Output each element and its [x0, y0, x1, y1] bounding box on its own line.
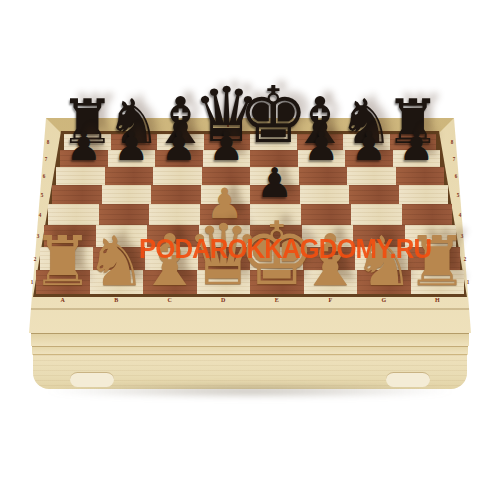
square-a5: [52, 185, 102, 204]
piece-white-rook-a1: ♜: [32, 230, 93, 295]
piece-black-pawn-h7: ♟: [398, 129, 434, 167]
piece-black-pawn-c7: ♟: [161, 129, 197, 167]
product-photo: 8877665544332211ABCDEFGH ♜♞♝♛♚♝♞♜♟♟♟♟♟♟♟…: [0, 0, 500, 500]
rank-label-right-7: 7: [452, 156, 455, 161]
case-grip-right: [386, 372, 430, 387]
rank-label-right-8: 8: [451, 139, 454, 144]
square-f5: [300, 185, 350, 204]
square-h5: [399, 185, 449, 204]
square-h6: [396, 167, 445, 185]
square-c5: [151, 185, 201, 204]
rank-label-left-6: 6: [43, 173, 46, 178]
piece-black-pawn-a7: ♟: [66, 129, 102, 167]
square-c6: [153, 167, 202, 185]
square-f6: [299, 167, 348, 185]
square-g6: [347, 167, 396, 185]
piece-black-pawn-d7: ♟: [208, 129, 244, 167]
board-rank-6: [56, 167, 444, 185]
piece-black-pawn-f7: ♟: [303, 129, 339, 167]
case-lid-strip: [31, 333, 469, 346]
rank-label-right-5: 5: [457, 192, 460, 197]
case-grip-left: [70, 372, 114, 387]
square-b6: [105, 167, 154, 185]
frame-groove-line: [31, 308, 469, 310]
rank-label-left-5: 5: [41, 192, 44, 197]
rank-label-left-7: 7: [45, 156, 48, 161]
square-a6: [56, 167, 105, 185]
piece-black-pawn-g7: ♟: [351, 129, 387, 167]
piece-black-pawn-b7: ♟: [113, 129, 149, 167]
square-b5: [102, 185, 152, 204]
square-g5: [349, 185, 399, 204]
site-watermark: PODAROKKAGDOMY.RU: [139, 233, 431, 265]
board-rank-5: [52, 185, 448, 204]
rank-label-right-6: 6: [454, 173, 457, 178]
rank-label-left-8: 8: [47, 139, 50, 144]
rank-label-left-4: 4: [39, 212, 42, 217]
rank-label-right-4: 4: [459, 212, 462, 217]
piece-black-pawn-e5: ♟: [256, 164, 293, 203]
